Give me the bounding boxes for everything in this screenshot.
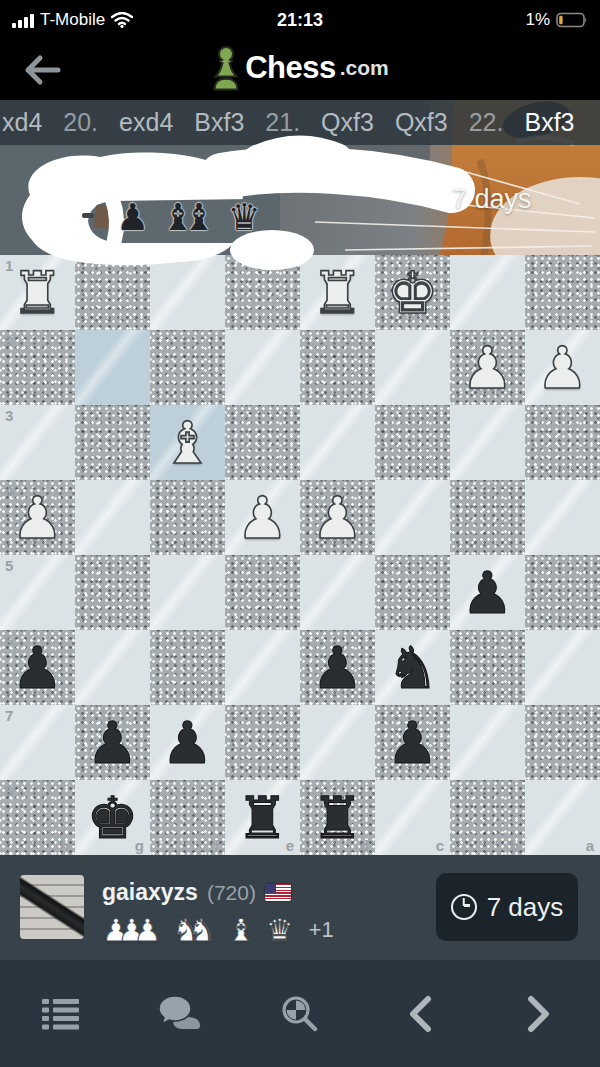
piece-white-pawn-h4[interactable]: ♟ [0, 480, 75, 555]
square-a7[interactable] [525, 705, 600, 780]
player-avatar[interactable] [20, 875, 84, 939]
square-g1[interactable] [75, 255, 150, 330]
square-g7[interactable]: ♟ [75, 705, 150, 780]
piece-white-pawn-b2[interactable]: ♟ [450, 330, 525, 405]
previous-move-button[interactable] [395, 989, 445, 1039]
pawn-logo-icon [211, 44, 241, 92]
moves-list-icon [42, 998, 80, 1030]
move-list-strip[interactable]: xd420.exd4Bxf321.Qxf3Qxf322.Bxf3 [0, 100, 600, 145]
piece-black-pawn-b5[interactable]: ♟ [450, 555, 525, 630]
opponent-time-left: 7 days [452, 184, 532, 215]
square-h8[interactable]: 8h [0, 780, 75, 855]
square-c6[interactable]: ♞ [375, 630, 450, 705]
square-f4[interactable] [150, 480, 225, 555]
battery-icon [556, 12, 588, 28]
square-d3[interactable] [300, 405, 375, 480]
captured-n-group: ♞♞ [172, 911, 216, 949]
move-number[interactable]: 22. [469, 108, 504, 137]
square-f7[interactable]: ♟ [150, 705, 225, 780]
status-bar: T-Mobile 21:13 1% [0, 0, 600, 40]
logo-text: Chess [245, 50, 336, 86]
file-label-a: a [586, 837, 594, 854]
battery-percent: 1% [525, 10, 550, 30]
logo-suffix: .com [340, 56, 389, 80]
clock-icon [451, 894, 477, 920]
piece-black-king-g8[interactable]: ♚ [75, 780, 150, 855]
square-b1[interactable] [450, 255, 525, 330]
file-label-h: h [60, 837, 69, 854]
square-g4[interactable] [75, 480, 150, 555]
square-f3[interactable]: ♝ [150, 405, 225, 480]
player-name: gaiaxyzs [102, 879, 198, 906]
square-c5[interactable] [375, 555, 450, 630]
captured-p-group: ♟♟♟ [102, 911, 161, 949]
square-e2[interactable] [225, 330, 300, 405]
piece-white-pawn-d4[interactable]: ♟ [300, 480, 375, 555]
square-h6[interactable]: 6♟ [0, 630, 75, 705]
square-a4[interactable] [525, 480, 600, 555]
square-b4[interactable] [450, 480, 525, 555]
square-d5[interactable] [300, 555, 375, 630]
rank-label-5: 5 [5, 557, 13, 574]
captured-piece-glyph: ♛ [228, 196, 261, 240]
file-label-b: b [510, 837, 519, 854]
square-a1[interactable] [525, 255, 600, 330]
square-f8[interactable]: f [150, 780, 225, 855]
square-f5[interactable] [150, 555, 225, 630]
square-a8[interactable]: a [525, 780, 600, 855]
square-f6[interactable] [150, 630, 225, 705]
rank-label-7: 7 [5, 707, 13, 724]
us-flag-icon [265, 884, 291, 901]
square-c3[interactable] [375, 405, 450, 480]
square-b8[interactable]: b [450, 780, 525, 855]
square-e1[interactable] [225, 255, 300, 330]
square-d1[interactable]: ♜ [300, 255, 375, 330]
player-time-left: 7 days [487, 892, 564, 923]
player-clock: 7 days [436, 873, 578, 941]
chevron-left-icon [407, 994, 433, 1034]
piece-black-pawn-d6[interactable]: ♟ [300, 630, 375, 705]
piece-white-rook-h1[interactable]: ♜ [0, 255, 75, 330]
move-token[interactable]: Qxf3 [321, 108, 374, 137]
square-a5[interactable] [525, 555, 600, 630]
square-e7[interactable] [225, 705, 300, 780]
square-e6[interactable] [225, 630, 300, 705]
chesscom-logo: Chess .com [0, 44, 600, 92]
square-b2[interactable]: ♟ [450, 330, 525, 405]
player-panel: gaiaxyzs (720) ♟♟♟♞♞♝♛+1 7 days [0, 855, 600, 960]
square-f2[interactable] [150, 330, 225, 405]
square-h3[interactable]: 3 [0, 405, 75, 480]
piece-black-pawn-h6[interactable]: ♟ [0, 630, 75, 705]
captured-piece-glyph: ♝ [227, 911, 255, 949]
rank-label-2: 2 [5, 332, 13, 349]
square-d8[interactable]: d♜ [300, 780, 375, 855]
bottom-toolbar [0, 960, 600, 1067]
piece-white-bishop-f3[interactable]: ♝ [150, 405, 225, 480]
piece-white-pawn-a2[interactable]: ♟ [525, 330, 600, 405]
chat-button[interactable] [156, 989, 206, 1039]
captured-b-group: ♝♝ [161, 196, 215, 240]
square-c2[interactable] [375, 330, 450, 405]
captured-p-group: ♟ [116, 196, 149, 240]
square-c8[interactable]: c [375, 780, 450, 855]
piece-white-rook-d1[interactable]: ♜ [300, 255, 375, 330]
square-c7[interactable]: ♟ [375, 705, 450, 780]
piece-white-king-c1[interactable]: ♚ [375, 255, 450, 330]
player-captured-pieces: ♟♟♟♞♞♝♛+1 [102, 911, 334, 949]
square-g2[interactable] [75, 330, 150, 405]
file-label-f: f [214, 837, 219, 854]
rank-label-3: 3 [5, 407, 13, 424]
captured-piece-glyph: ♟ [116, 196, 149, 240]
next-move-button[interactable] [514, 989, 564, 1039]
captured-piece-glyph: ♝ [182, 196, 215, 240]
move-token[interactable]: Qxf3 [395, 108, 448, 137]
square-g5[interactable] [75, 555, 150, 630]
carrier-label: T-Mobile [40, 10, 105, 30]
rank-label-8: 8 [5, 782, 13, 799]
move-token[interactable]: Bxf3 [194, 108, 244, 137]
captured-piece-glyph: ♟ [134, 911, 162, 949]
captured-q-group: ♛ [228, 196, 261, 240]
captured-b-group: ♝ [227, 911, 255, 949]
opponent-captured-pieces: ♟♝♝♛ [116, 196, 261, 240]
piece-black-pawn-f7[interactable]: ♟ [150, 705, 225, 780]
piece-black-pawn-c7[interactable]: ♟ [375, 705, 450, 780]
square-h2[interactable]: 2 [0, 330, 75, 405]
square-a2[interactable]: ♟ [525, 330, 600, 405]
captured-q-group: ♛ [266, 911, 294, 949]
square-e3[interactable] [225, 405, 300, 480]
square-b3[interactable] [450, 405, 525, 480]
square-f1[interactable] [150, 255, 225, 330]
square-h5[interactable]: 5 [0, 555, 75, 630]
square-c4[interactable] [375, 480, 450, 555]
piece-white-pawn-e4[interactable]: ♟ [225, 480, 300, 555]
opponent-panel: xd420.exd4Bxf321.Qxf3Qxf322.Bxf3 ♟♝♝♛ 7 … [0, 100, 600, 255]
captured-piece-glyph: ♛ [266, 911, 294, 949]
square-e4[interactable]: ♟ [225, 480, 300, 555]
square-a6[interactable] [525, 630, 600, 705]
material-advantage: +1 [309, 917, 334, 943]
piece-black-rook-e8[interactable]: ♜ [225, 780, 300, 855]
square-c1[interactable]: ♚ [375, 255, 450, 330]
square-g8[interactable]: g♚ [75, 780, 150, 855]
chat-icon [158, 995, 204, 1033]
square-a3[interactable] [525, 405, 600, 480]
square-h4[interactable]: 4♟ [0, 480, 75, 555]
square-b7[interactable] [450, 705, 525, 780]
square-g3[interactable] [75, 405, 150, 480]
chess-board[interactable]: 1♜♜♚2♟♟3♝4♟♟♟5♟6♟♟♞7♟♟♟8hg♚fe♜d♜cba [0, 255, 600, 855]
move-token[interactable]: exd4 [119, 108, 173, 137]
piece-black-rook-d8[interactable]: ♜ [300, 780, 375, 855]
move-token[interactable]: Bxf3 [524, 108, 574, 137]
captured-piece-glyph: ♞ [188, 911, 216, 949]
square-e8[interactable]: e♜ [225, 780, 300, 855]
piece-black-knight-c6[interactable]: ♞ [375, 630, 450, 705]
cell-signal-icon [12, 13, 34, 28]
square-h7[interactable]: 7 [0, 705, 75, 780]
square-b5[interactable]: ♟ [450, 555, 525, 630]
square-d6[interactable]: ♟ [300, 630, 375, 705]
app-header: Chess .com [0, 40, 600, 100]
move-number[interactable]: 20. [63, 108, 98, 137]
square-g6[interactable] [75, 630, 150, 705]
moves-list-button[interactable] [36, 989, 86, 1039]
chevron-right-icon [526, 994, 552, 1034]
analysis-magnifier-icon [280, 994, 320, 1034]
square-d2[interactable] [300, 330, 375, 405]
square-d4[interactable]: ♟ [300, 480, 375, 555]
file-label-c: c [436, 837, 444, 854]
piece-black-pawn-g7[interactable]: ♟ [75, 705, 150, 780]
square-d7[interactable] [300, 705, 375, 780]
square-e5[interactable] [225, 555, 300, 630]
analysis-button[interactable] [275, 989, 325, 1039]
wifi-icon [111, 12, 133, 28]
square-h1[interactable]: 1♜ [0, 255, 75, 330]
player-rating: (720) [207, 881, 256, 905]
square-b6[interactable] [450, 630, 525, 705]
move-number[interactable]: 21. [265, 108, 300, 137]
move-token[interactable]: xd4 [2, 108, 42, 137]
